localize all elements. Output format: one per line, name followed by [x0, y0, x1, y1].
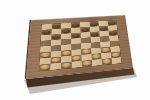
board-cell-light [92, 59, 102, 66]
board-cell-light [111, 57, 121, 64]
checkers-board [26, 15, 133, 79]
board-cell-light [71, 61, 81, 68]
board-cell-dark [82, 60, 92, 67]
board-cell-dark [102, 58, 112, 65]
board-playing-field [39, 20, 121, 71]
checker-piece-light [82, 61, 91, 67]
board-cell-dark [61, 62, 72, 69]
board-cell-dark [39, 64, 50, 71]
checker-piece-light [40, 64, 50, 70]
checker-piece-light [102, 59, 111, 65]
board-cell-light [50, 63, 61, 70]
checker-piece-light [62, 62, 71, 68]
product-photo [0, 0, 150, 100]
